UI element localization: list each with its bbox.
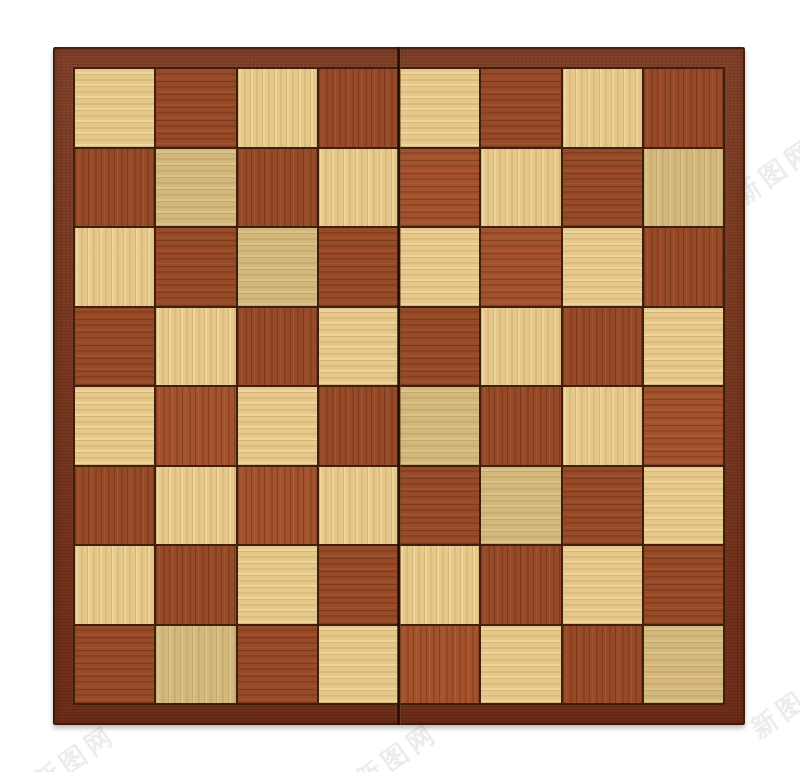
square-e8[interactable] xyxy=(400,69,479,147)
square-a1[interactable] xyxy=(75,626,154,704)
square-b3[interactable] xyxy=(156,467,235,545)
square-b2[interactable] xyxy=(156,546,235,624)
square-c8[interactable] xyxy=(238,69,317,147)
square-e5[interactable] xyxy=(400,308,479,386)
square-a7[interactable] xyxy=(75,149,154,227)
square-h4[interactable] xyxy=(644,387,723,465)
square-d8[interactable] xyxy=(319,69,398,147)
square-f5[interactable] xyxy=(481,308,560,386)
square-d1[interactable] xyxy=(319,626,398,704)
square-e1[interactable] xyxy=(400,626,479,704)
square-a6[interactable] xyxy=(75,228,154,306)
square-f2[interactable] xyxy=(481,546,560,624)
square-g7[interactable] xyxy=(563,149,642,227)
square-f6[interactable] xyxy=(481,228,560,306)
square-e6[interactable] xyxy=(400,228,479,306)
square-h1[interactable] xyxy=(644,626,723,704)
square-c6[interactable] xyxy=(238,228,317,306)
square-e4[interactable] xyxy=(400,387,479,465)
square-c1[interactable] xyxy=(238,626,317,704)
watermark-text: 新图网 xyxy=(744,664,800,746)
square-d3[interactable] xyxy=(319,467,398,545)
square-g8[interactable] xyxy=(563,69,642,147)
square-g6[interactable] xyxy=(563,228,642,306)
square-c2[interactable] xyxy=(238,546,317,624)
square-b8[interactable] xyxy=(156,69,235,147)
square-f8[interactable] xyxy=(481,69,560,147)
board-hinge-seam xyxy=(397,47,401,725)
square-b1[interactable] xyxy=(156,626,235,704)
square-e3[interactable] xyxy=(400,467,479,545)
square-a2[interactable] xyxy=(75,546,154,624)
square-h2[interactable] xyxy=(644,546,723,624)
watermark-text: 新图网 xyxy=(27,717,123,772)
square-c5[interactable] xyxy=(238,308,317,386)
square-b4[interactable] xyxy=(156,387,235,465)
photo-canvas: 新图网新图网新图网新图网 xyxy=(0,0,800,772)
square-a8[interactable] xyxy=(75,69,154,147)
chess-board xyxy=(53,47,745,725)
square-e2[interactable] xyxy=(400,546,479,624)
square-d4[interactable] xyxy=(319,387,398,465)
square-b5[interactable] xyxy=(156,308,235,386)
square-g2[interactable] xyxy=(563,546,642,624)
square-f7[interactable] xyxy=(481,149,560,227)
square-a5[interactable] xyxy=(75,308,154,386)
square-d2[interactable] xyxy=(319,546,398,624)
square-f3[interactable] xyxy=(481,467,560,545)
square-b6[interactable] xyxy=(156,228,235,306)
square-h7[interactable] xyxy=(644,149,723,227)
square-h5[interactable] xyxy=(644,308,723,386)
square-f4[interactable] xyxy=(481,387,560,465)
square-g1[interactable] xyxy=(563,626,642,704)
square-e7[interactable] xyxy=(400,149,479,227)
square-a4[interactable] xyxy=(75,387,154,465)
square-f1[interactable] xyxy=(481,626,560,704)
square-h3[interactable] xyxy=(644,467,723,545)
square-g3[interactable] xyxy=(563,467,642,545)
square-a3[interactable] xyxy=(75,467,154,545)
square-d6[interactable] xyxy=(319,228,398,306)
square-d7[interactable] xyxy=(319,149,398,227)
square-d5[interactable] xyxy=(319,308,398,386)
square-b7[interactable] xyxy=(156,149,235,227)
square-c3[interactable] xyxy=(238,467,317,545)
square-g5[interactable] xyxy=(563,308,642,386)
square-h8[interactable] xyxy=(644,69,723,147)
square-h6[interactable] xyxy=(644,228,723,306)
square-c7[interactable] xyxy=(238,149,317,227)
square-g4[interactable] xyxy=(563,387,642,465)
square-c4[interactable] xyxy=(238,387,317,465)
